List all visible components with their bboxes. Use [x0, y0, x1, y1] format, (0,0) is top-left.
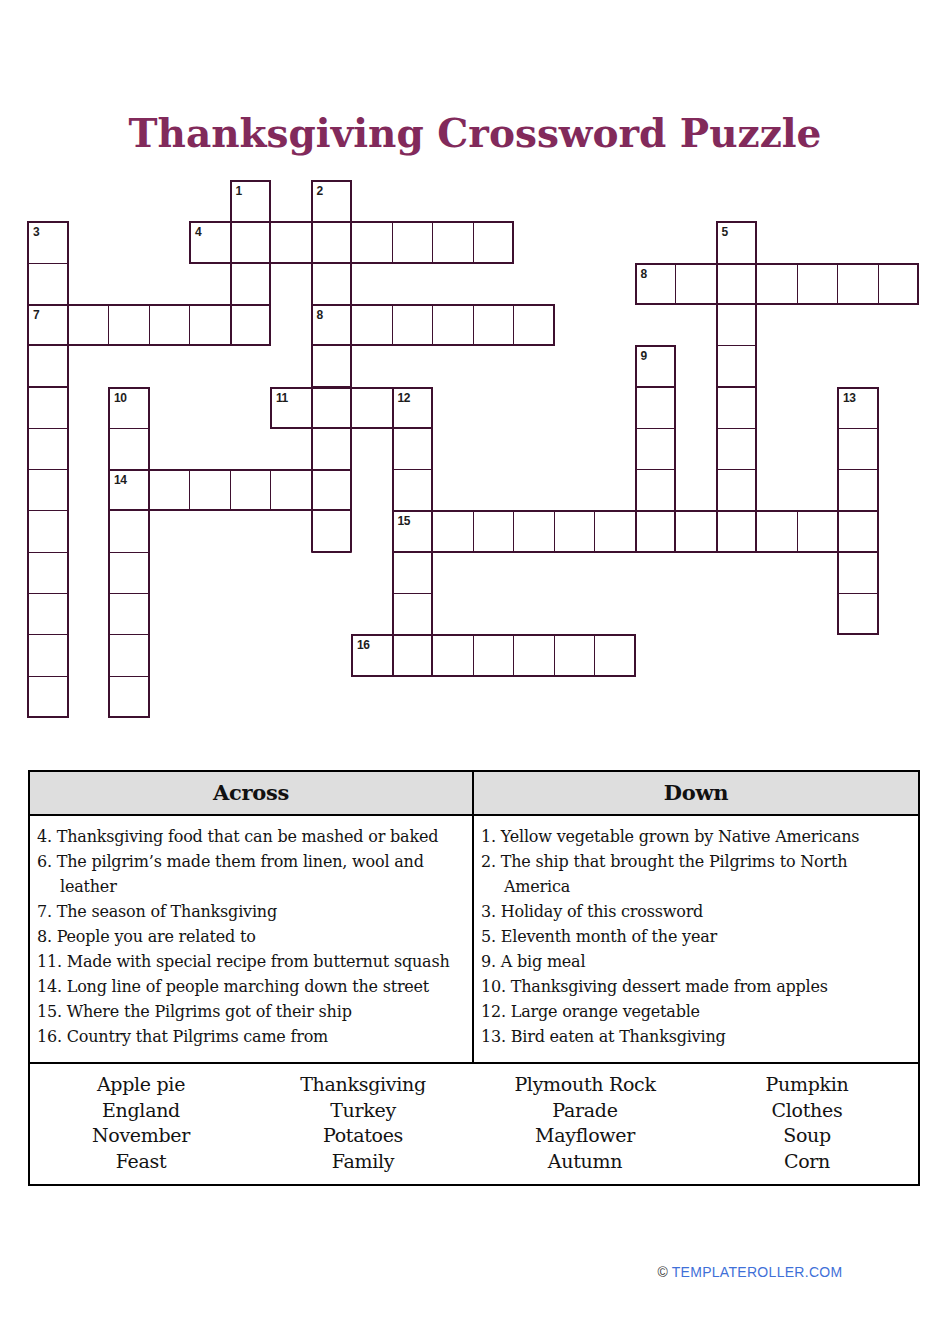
grid-cell-r6c9	[392, 428, 434, 470]
clue: 2. The ship that brought the Pilgrims to…	[481, 849, 914, 899]
grid-cell-r2c19	[797, 263, 839, 305]
grid-cell-r4c17	[716, 345, 758, 387]
grid-cell-r11c8	[351, 634, 393, 676]
grid-cell-r6c2	[108, 428, 150, 470]
grid-cell-r2c17	[716, 263, 758, 305]
grid-cell-r1c6	[270, 221, 312, 263]
grid-cell-r7c2	[108, 469, 150, 511]
grid-cell-r7c7	[311, 469, 353, 511]
grid-cell-r8c11	[473, 510, 515, 552]
grid-cell-r6c0	[27, 428, 69, 470]
grid-cell-r7c17	[716, 469, 758, 511]
grid-cell-r2c5	[230, 263, 272, 305]
grid-cell-r3c4	[189, 304, 231, 346]
grid-cell-r5c6	[270, 387, 312, 429]
grid-cell-r8c10	[432, 510, 474, 552]
grid-cell-r4c0	[27, 345, 69, 387]
grid-cell-r10c20	[837, 593, 879, 635]
clue: 7. The season of Thanksgiving	[37, 899, 468, 924]
grid-cell-r3c0	[27, 304, 69, 346]
grid-cell-r1c5	[230, 221, 272, 263]
grid-cell-r12c0	[27, 676, 69, 718]
grid-cell-r5c9	[392, 387, 434, 429]
grid-cell-r0c7	[311, 180, 353, 222]
grid-cell-r1c17	[716, 221, 758, 263]
grid-cell-r9c2	[108, 552, 150, 594]
clue: 9. A big meal	[481, 949, 914, 974]
down-header: Down	[474, 772, 918, 814]
clue: 5. Eleventh month of the year	[481, 924, 914, 949]
grid-cell-r3c11	[473, 304, 515, 346]
grid-cell-r8c12	[513, 510, 555, 552]
word-bank-item: Apple pie	[30, 1072, 252, 1098]
across-clues: 4. Thanksgiving food that can be mashed …	[30, 816, 474, 1062]
word-bank-item: November	[30, 1123, 252, 1149]
clue: 4. Thanksgiving food that can be mashed …	[37, 824, 468, 849]
word-bank-item: England	[30, 1098, 252, 1124]
word-bank-item: Thanksgiving	[252, 1072, 474, 1098]
down-clues: 1. Yellow vegetable grown by Native Amer…	[474, 816, 918, 1062]
grid-cell-r5c20	[837, 387, 879, 429]
grid-cell-r8c14	[594, 510, 636, 552]
grid-cell-r5c7	[311, 387, 353, 429]
word-bank-column-1: Apple pieEnglandNovemberFeast	[30, 1072, 252, 1174]
clue: 10. Thanksgiving dessert made from apple…	[481, 974, 914, 999]
grid-cell-r6c20	[837, 428, 879, 470]
grid-cell-r8c16	[675, 510, 717, 552]
grid-cell-r4c15	[635, 345, 677, 387]
clue: 8. People you are related to	[37, 924, 468, 949]
grid-cell-r7c15	[635, 469, 677, 511]
grid-cell-r3c9	[392, 304, 434, 346]
grid-cell-r1c0	[27, 221, 69, 263]
grid-cell-r8c20	[837, 510, 879, 552]
grid-cell-r3c7	[311, 304, 353, 346]
grid-cell-r4c7	[311, 345, 353, 387]
grid-cell-r10c0	[27, 593, 69, 635]
grid-cell-r3c8	[351, 304, 393, 346]
word-bank-item: Autumn	[474, 1149, 696, 1175]
grid-cell-r2c0	[27, 263, 69, 305]
grid-cell-r11c10	[432, 634, 474, 676]
grid-cell-r8c0	[27, 510, 69, 552]
grid-cell-r11c12	[513, 634, 555, 676]
grid-cell-r2c18	[756, 263, 798, 305]
grid-cell-r8c15	[635, 510, 677, 552]
word-bank-item: Pumpkin	[696, 1072, 918, 1098]
grid-cell-r1c11	[473, 221, 515, 263]
grid-cell-r8c18	[756, 510, 798, 552]
grid-cell-r10c2	[108, 593, 150, 635]
grid-cell-r9c9	[392, 552, 434, 594]
word-bank-item: Soup	[696, 1123, 918, 1149]
grid-cell-r3c12	[513, 304, 555, 346]
grid-cell-r5c15	[635, 387, 677, 429]
grid-cell-r11c2	[108, 634, 150, 676]
grid-cell-r2c15	[635, 263, 677, 305]
grid-cell-r7c4	[189, 469, 231, 511]
word-bank-column-3: Plymouth RockParadeMayflowerAutumn	[474, 1072, 696, 1174]
grid-cell-r3c10	[432, 304, 474, 346]
grid-cell-r1c10	[432, 221, 474, 263]
word-bank-item: Turkey	[252, 1098, 474, 1124]
grid-cell-r7c9	[392, 469, 434, 511]
grid-cell-r5c17	[716, 387, 758, 429]
clue-table: Across Down 4. Thanksgiving food that ca…	[28, 770, 920, 1186]
crossword-grid: 12345878910111213141516	[27, 180, 920, 718]
grid-cell-r8c13	[554, 510, 596, 552]
clue-table-header: Across Down	[30, 772, 918, 816]
grid-cell-r2c16	[675, 263, 717, 305]
clue: 1. Yellow vegetable grown by Native Amer…	[481, 824, 914, 849]
templateroller-link[interactable]: TEMPLATEROLLER.COM	[672, 1264, 843, 1280]
word-bank-item: Potatoes	[252, 1123, 474, 1149]
grid-cell-r11c9	[392, 634, 434, 676]
grid-cell-r11c14	[594, 634, 636, 676]
word-bank-item: Feast	[30, 1149, 252, 1175]
grid-cell-r9c20	[837, 552, 879, 594]
grid-cell-r8c19	[797, 510, 839, 552]
grid-cell-r8c9	[392, 510, 434, 552]
grid-cell-r11c0	[27, 634, 69, 676]
grid-cell-r2c7	[311, 263, 353, 305]
copyright-symbol: ©	[657, 1264, 667, 1280]
grid-cell-r6c7	[311, 428, 353, 470]
grid-cell-r3c2	[108, 304, 150, 346]
grid-cell-r7c3	[149, 469, 191, 511]
grid-cell-r6c15	[635, 428, 677, 470]
grid-cell-r7c20	[837, 469, 879, 511]
clue: 14. Long line of people marching down th…	[37, 974, 468, 999]
grid-cell-r3c1	[68, 304, 110, 346]
grid-cell-r11c11	[473, 634, 515, 676]
grid-cell-r0c5	[230, 180, 272, 222]
grid-cell-r1c9	[392, 221, 434, 263]
grid-cell-r5c2	[108, 387, 150, 429]
clue-table-body: 4. Thanksgiving food that can be mashed …	[30, 816, 918, 1062]
clue: 3. Holiday of this crossword	[481, 899, 914, 924]
grid-cell-r9c0	[27, 552, 69, 594]
grid-cell-r1c7	[311, 221, 353, 263]
word-bank-column-4: PumpkinClothesSoupCorn	[696, 1072, 918, 1174]
word-bank-item: Parade	[474, 1098, 696, 1124]
footer: © TEMPLATEROLLER.COM	[600, 1264, 900, 1280]
word-bank-item: Clothes	[696, 1098, 918, 1124]
grid-cell-r5c8	[351, 387, 393, 429]
clue: 16. Country that Pilgrims came from	[37, 1024, 468, 1049]
word-bank-item: Corn	[696, 1149, 918, 1175]
grid-cell-r11c13	[554, 634, 596, 676]
clue: 15. Where the Pilgrims got of their ship	[37, 999, 468, 1024]
grid-cell-r2c21	[878, 263, 920, 305]
clue: 12. Large orange vegetable	[481, 999, 914, 1024]
word-bank-item: Family	[252, 1149, 474, 1175]
clue: 11. Made with special recipe from butter…	[37, 949, 468, 974]
grid-cell-r2c20	[837, 263, 879, 305]
clue: 6. The pilgrim’s made them from linen, w…	[37, 849, 468, 899]
across-header: Across	[30, 772, 474, 814]
grid-cell-r1c4	[189, 221, 231, 263]
clue: 13. Bird eaten at Thanksgiving	[481, 1024, 914, 1049]
grid-cell-r7c0	[27, 469, 69, 511]
grid-cell-r7c5	[230, 469, 272, 511]
word-bank-item: Mayflower	[474, 1123, 696, 1149]
grid-cell-r8c2	[108, 510, 150, 552]
grid-cell-r1c8	[351, 221, 393, 263]
grid-cell-r7c6	[270, 469, 312, 511]
grid-cell-r12c2	[108, 676, 150, 718]
grid-cell-r3c17	[716, 304, 758, 346]
word-bank: Apple pieEnglandNovemberFeastThanksgivin…	[30, 1062, 918, 1184]
grid-cell-r8c17	[716, 510, 758, 552]
page-title: Thanksgiving Crossword Puzzle	[0, 110, 950, 156]
grid-cell-r6c17	[716, 428, 758, 470]
word-bank-column-2: ThanksgivingTurkeyPotatoesFamily	[252, 1072, 474, 1174]
word-bank-item: Plymouth Rock	[474, 1072, 696, 1098]
grid-cell-r5c0	[27, 387, 69, 429]
grid-cell-r10c9	[392, 593, 434, 635]
grid-cell-r3c3	[149, 304, 191, 346]
grid-cell-r3c5	[230, 304, 272, 346]
